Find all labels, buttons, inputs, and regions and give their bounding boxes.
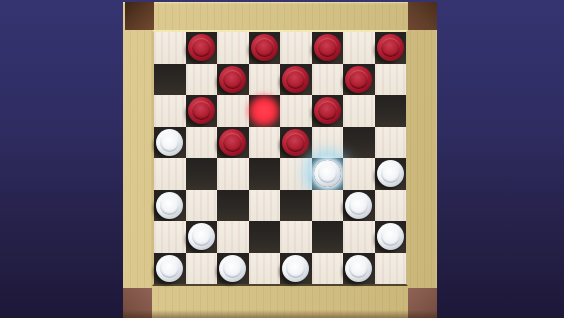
square-r3c8[interactable] (375, 95, 407, 127)
square-r2c3[interactable] (217, 64, 249, 96)
square-r8c7[interactable] (343, 253, 375, 285)
square-r8c8 (375, 253, 407, 285)
white-piece[interactable] (219, 255, 246, 282)
game-screen: { "game": "checkers", "scene": { "descri… (0, 0, 564, 318)
square-r8c5[interactable] (280, 253, 312, 285)
square-r6c4 (249, 190, 281, 222)
white-piece[interactable] (156, 255, 183, 282)
square-r2c5[interactable] (280, 64, 312, 96)
square-r6c2 (186, 190, 218, 222)
square-r8c1[interactable] (154, 253, 186, 285)
square-r7c7 (343, 221, 375, 253)
square-r8c3[interactable] (217, 253, 249, 285)
square-r5c6[interactable] (312, 158, 344, 190)
frame-corner-bottom-right (408, 288, 437, 318)
square-r4c5[interactable] (280, 127, 312, 159)
square-r5c1 (154, 158, 186, 190)
square-r2c7[interactable] (343, 64, 375, 96)
square-r2c1[interactable] (154, 64, 186, 96)
board-grid (152, 30, 408, 286)
square-r1c6[interactable] (312, 32, 344, 64)
white-piece[interactable] (345, 192, 372, 219)
square-r4c7[interactable] (343, 127, 375, 159)
square-r7c8[interactable] (375, 221, 407, 253)
white-piece[interactable] (377, 160, 404, 187)
square-r7c2[interactable] (186, 221, 218, 253)
square-r6c8 (375, 190, 407, 222)
square-r5c8[interactable] (375, 158, 407, 190)
square-r3c2[interactable] (186, 95, 218, 127)
square-r8c4 (249, 253, 281, 285)
white-piece[interactable] (377, 223, 404, 250)
square-r1c3 (217, 32, 249, 64)
square-r3c7 (343, 95, 375, 127)
square-r2c2 (186, 64, 218, 96)
square-r1c8[interactable] (375, 32, 407, 64)
red-piece[interactable] (377, 34, 404, 61)
square-r3c1 (154, 95, 186, 127)
square-r2c8 (375, 64, 407, 96)
red-piece[interactable] (251, 34, 278, 61)
square-r1c4[interactable] (249, 32, 281, 64)
square-r7c6[interactable] (312, 221, 344, 253)
red-piece[interactable] (282, 129, 309, 156)
selected-white-piece[interactable] (314, 160, 341, 187)
square-r7c4[interactable] (249, 221, 281, 253)
square-r4c1[interactable] (154, 127, 186, 159)
square-r4c8 (375, 127, 407, 159)
red-piece[interactable] (345, 66, 372, 93)
capture-target-highlight[interactable] (246, 93, 282, 129)
square-r2c4 (249, 64, 281, 96)
checkers-board (123, 2, 437, 318)
white-piece[interactable] (345, 255, 372, 282)
square-r3c4[interactable] (249, 95, 281, 127)
square-r4c3[interactable] (217, 127, 249, 159)
square-r3c5 (280, 95, 312, 127)
square-r6c3[interactable] (217, 190, 249, 222)
square-r7c5 (280, 221, 312, 253)
square-r1c7 (343, 32, 375, 64)
square-r8c2 (186, 253, 218, 285)
square-r6c7[interactable] (343, 190, 375, 222)
frame-corner-bottom-left (123, 288, 152, 318)
white-piece[interactable] (156, 129, 183, 156)
white-piece[interactable] (282, 255, 309, 282)
square-r5c2[interactable] (186, 158, 218, 190)
square-r5c4[interactable] (249, 158, 281, 190)
red-piece[interactable] (219, 66, 246, 93)
square-r7c3 (217, 221, 249, 253)
square-r2c6 (312, 64, 344, 96)
square-r1c2[interactable] (186, 32, 218, 64)
square-r6c5[interactable] (280, 190, 312, 222)
square-r7c1 (154, 221, 186, 253)
square-r4c4 (249, 127, 281, 159)
square-r3c3 (217, 95, 249, 127)
red-piece[interactable] (188, 97, 215, 124)
frame-corner-top-right (408, 2, 437, 30)
square-r6c1[interactable] (154, 190, 186, 222)
square-r5c5 (280, 158, 312, 190)
frame-corner-top-left (125, 2, 154, 30)
square-r1c1 (154, 32, 186, 64)
square-r1c5 (280, 32, 312, 64)
red-piece[interactable] (314, 97, 341, 124)
square-r8c6 (312, 253, 344, 285)
square-r5c3 (217, 158, 249, 190)
square-r5c7 (343, 158, 375, 190)
red-piece[interactable] (282, 66, 309, 93)
square-r4c6 (312, 127, 344, 159)
red-piece[interactable] (188, 34, 215, 61)
square-r6c6 (312, 190, 344, 222)
white-piece[interactable] (156, 192, 183, 219)
red-piece[interactable] (219, 129, 246, 156)
square-r4c2 (186, 127, 218, 159)
white-piece[interactable] (188, 223, 215, 250)
square-r3c6[interactable] (312, 95, 344, 127)
red-piece[interactable] (314, 34, 341, 61)
